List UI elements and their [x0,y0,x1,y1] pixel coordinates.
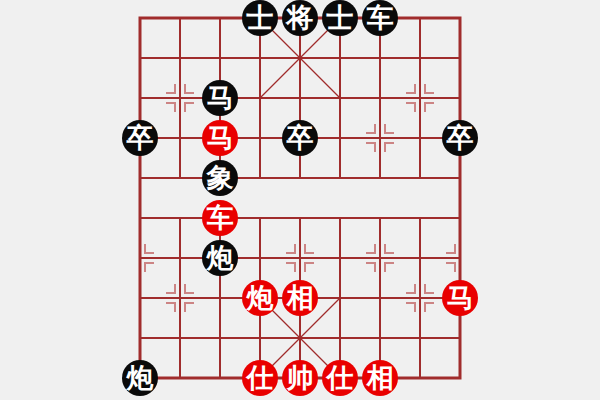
piece-red-cannon[interactable]: 炮 [242,280,278,316]
piece-red-horse[interactable]: 马 [202,120,238,156]
piece-black-soldier[interactable]: 卒 [122,120,158,156]
piece-red-chariot[interactable]: 车 [202,200,238,236]
piece-black-cannon[interactable]: 炮 [202,240,238,276]
piece-black-cannon[interactable]: 炮 [122,360,158,396]
piece-black-advisor[interactable]: 士 [322,0,358,36]
piece-red-horse[interactable]: 马 [442,280,478,316]
piece-black-horse[interactable]: 马 [202,80,238,116]
piece-red-advisor[interactable]: 仕 [242,360,278,396]
piece-red-general[interactable]: 帅 [282,360,318,396]
piece-black-advisor[interactable]: 士 [242,0,278,36]
piece-red-advisor[interactable]: 仕 [322,360,358,396]
piece-red-elephant[interactable]: 相 [282,280,318,316]
piece-black-soldier[interactable]: 卒 [442,120,478,156]
piece-black-soldier[interactable]: 卒 [282,120,318,156]
xiangqi-board: 士将士车马卒马卒卒象车炮炮相马炮仕帅仕相 [0,0,600,400]
piece-black-general[interactable]: 将 [282,0,318,36]
piece-black-chariot[interactable]: 车 [362,0,398,36]
piece-black-elephant[interactable]: 象 [202,160,238,196]
pieces-grid: 士将士车马卒马卒卒象车炮炮相马炮仕帅仕相 [120,0,480,398]
piece-red-elephant[interactable]: 相 [362,360,398,396]
